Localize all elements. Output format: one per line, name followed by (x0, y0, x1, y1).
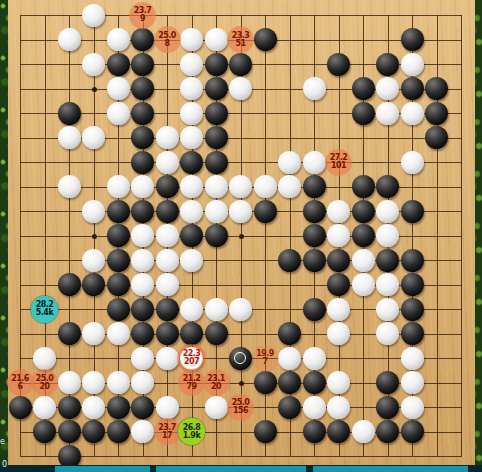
black-stone (205, 77, 228, 100)
white-stone (401, 371, 424, 394)
black-stone (205, 53, 228, 76)
grid-horizontal-line (20, 456, 462, 457)
black-stone (425, 77, 448, 100)
black-stone (303, 420, 326, 443)
white-stone (131, 224, 154, 247)
white-stone (278, 175, 301, 198)
white-stone (205, 175, 228, 198)
black-stone (278, 249, 301, 272)
candidate-move-annotation[interactable]: 21.279 (178, 369, 205, 396)
candidate-move-annotation[interactable]: 26.81.9k (178, 418, 205, 445)
black-stone (131, 151, 154, 174)
go-board[interactable]: 23.7925.0823.35127.210128.25.4k19.9721.6… (8, 0, 475, 466)
black-stone (131, 102, 154, 125)
black-stone (401, 77, 424, 100)
white-stone (180, 102, 203, 125)
white-stone (303, 396, 326, 419)
black-stone (82, 273, 105, 296)
black-stone (156, 322, 179, 345)
black-stone (303, 249, 326, 272)
white-stone (205, 28, 228, 51)
black-stone (376, 371, 399, 394)
black-stone (327, 53, 350, 76)
white-stone (180, 298, 203, 321)
white-stone (33, 347, 56, 370)
black-stone (205, 322, 228, 345)
white-stone (376, 273, 399, 296)
white-stone (278, 151, 301, 174)
star-point (92, 87, 97, 92)
black-stone (33, 420, 56, 443)
black-stone (131, 200, 154, 223)
white-stone (352, 420, 375, 443)
white-stone (352, 249, 375, 272)
white-stone (180, 126, 203, 149)
black-stone (303, 200, 326, 223)
black-stone (303, 224, 326, 247)
white-stone (82, 249, 105, 272)
black-stone (401, 298, 424, 321)
bottom-bar-segment (313, 466, 468, 472)
screenshot-stage: 23.7925.0823.35127.210128.25.4k19.9721.6… (0, 0, 482, 472)
white-stone (58, 175, 81, 198)
white-stone (156, 396, 179, 419)
black-stone (254, 200, 277, 223)
white-stone (156, 249, 179, 272)
bottom-bar-segment (55, 466, 150, 472)
white-stone (229, 298, 252, 321)
white-stone (82, 200, 105, 223)
black-stone (107, 298, 130, 321)
white-stone (376, 298, 399, 321)
black-stone (156, 200, 179, 223)
black-stone (327, 420, 350, 443)
black-stone (107, 420, 130, 443)
white-stone (303, 151, 326, 174)
black-stone (401, 28, 424, 51)
black-stone (352, 77, 375, 100)
white-stone (376, 224, 399, 247)
black-stone (254, 420, 277, 443)
white-stone (180, 28, 203, 51)
white-stone (327, 396, 350, 419)
white-stone (131, 249, 154, 272)
black-stone (303, 298, 326, 321)
black-stone (401, 200, 424, 223)
black-stone (327, 273, 350, 296)
black-stone (107, 273, 130, 296)
black-stone (131, 396, 154, 419)
white-stone (327, 200, 350, 223)
black-stone (303, 175, 326, 198)
white-stone (82, 4, 105, 27)
black-stone (205, 102, 228, 125)
white-stone (229, 200, 252, 223)
candidate-move-annotation[interactable]: 23.120 (203, 369, 230, 396)
white-stone (327, 322, 350, 345)
white-stone (205, 200, 228, 223)
white-stone (156, 273, 179, 296)
black-stone (131, 298, 154, 321)
black-stone (303, 371, 326, 394)
black-stone (107, 53, 130, 76)
white-stone (180, 53, 203, 76)
white-stone (58, 28, 81, 51)
black-stone (254, 371, 277, 394)
white-stone (82, 126, 105, 149)
black-stone (131, 77, 154, 100)
white-stone (156, 151, 179, 174)
black-stone (376, 420, 399, 443)
black-stone (205, 151, 228, 174)
white-stone (107, 371, 130, 394)
white-stone (82, 53, 105, 76)
white-stone (82, 396, 105, 419)
black-stone (180, 322, 203, 345)
white-stone (180, 200, 203, 223)
candidate-move-annotation[interactable]: 25.0156 (227, 394, 254, 421)
black-stone (229, 53, 252, 76)
black-stone (376, 53, 399, 76)
black-stone (58, 322, 81, 345)
black-stone (131, 28, 154, 51)
star-point (92, 234, 97, 239)
black-stone (352, 102, 375, 125)
candidate-move-annotation[interactable]: 25.08 (154, 26, 181, 53)
candidate-move-annotation[interactable]: 27.2101 (325, 149, 352, 176)
black-stone (278, 371, 301, 394)
white-stone (229, 77, 252, 100)
white-stone (376, 77, 399, 100)
black-stone (205, 126, 228, 149)
white-stone (401, 102, 424, 125)
white-stone (131, 347, 154, 370)
candidate-move-annotation[interactable]: 23.79 (129, 2, 156, 29)
candidate-move-annotation[interactable]: 23.717 (154, 418, 181, 445)
white-stone (303, 77, 326, 100)
black-stone (131, 126, 154, 149)
white-stone (156, 224, 179, 247)
star-point (239, 381, 244, 386)
black-stone (401, 273, 424, 296)
black-stone (107, 200, 130, 223)
candidate-move-annotation[interactable]: 25.020 (31, 369, 58, 396)
white-stone (180, 175, 203, 198)
black-stone (58, 102, 81, 125)
white-stone (107, 77, 130, 100)
black-stone (376, 396, 399, 419)
white-stone (82, 322, 105, 345)
white-stone (131, 175, 154, 198)
black-stone (352, 200, 375, 223)
text-fragment: e (0, 438, 5, 446)
black-stone (327, 249, 350, 272)
highlight-stone-value[interactable]: 22.3207 (178, 345, 205, 372)
candidate-move-annotation[interactable]: 23.351 (227, 26, 254, 53)
white-stone (278, 347, 301, 370)
white-stone (131, 420, 154, 443)
black-stone (401, 249, 424, 272)
white-stone (254, 175, 277, 198)
black-stone (156, 298, 179, 321)
white-stone (107, 175, 130, 198)
white-stone (58, 371, 81, 394)
black-stone (107, 396, 130, 419)
black-stone (180, 224, 203, 247)
black-stone (254, 28, 277, 51)
black-stone (352, 224, 375, 247)
white-stone (58, 126, 81, 149)
candidate-move-annotation[interactable]: 28.25.4k (31, 296, 58, 323)
white-stone (107, 28, 130, 51)
black-stone (401, 322, 424, 345)
text-fragment: 0 (2, 461, 7, 469)
star-point (239, 234, 244, 239)
candidate-move-annotation[interactable]: 19.97 (252, 345, 279, 372)
white-stone (327, 298, 350, 321)
bottom-bar-segment (156, 466, 306, 472)
black-stone (278, 322, 301, 345)
black-stone (180, 151, 203, 174)
white-stone (376, 102, 399, 125)
white-stone (180, 77, 203, 100)
white-stone (156, 126, 179, 149)
white-stone (131, 371, 154, 394)
black-stone (58, 273, 81, 296)
white-stone (303, 347, 326, 370)
white-stone (107, 322, 130, 345)
white-stone (180, 249, 203, 272)
white-stone (401, 396, 424, 419)
white-stone (327, 224, 350, 247)
black-stone (401, 420, 424, 443)
white-stone (82, 371, 105, 394)
candidate-move-annotation[interactable]: 21.66 (7, 369, 34, 396)
white-stone (33, 396, 56, 419)
black-stone (131, 53, 154, 76)
black-stone (107, 224, 130, 247)
white-stone (376, 200, 399, 223)
white-stone (229, 175, 252, 198)
black-stone (107, 249, 130, 272)
white-stone (131, 273, 154, 296)
white-stone (107, 102, 130, 125)
white-stone (327, 371, 350, 394)
white-stone (401, 347, 424, 370)
black-stone (425, 102, 448, 125)
black-stone (278, 396, 301, 419)
white-stone (401, 151, 424, 174)
black-stone (82, 420, 105, 443)
black-stone (352, 175, 375, 198)
black-stone (58, 396, 81, 419)
grid-horizontal-line (20, 162, 462, 163)
black-stone (156, 175, 179, 198)
black-stone (131, 322, 154, 345)
black-stone (376, 249, 399, 272)
white-stone (156, 347, 179, 370)
black-stone (425, 126, 448, 149)
last-move-marker (234, 352, 246, 364)
black-stone (205, 224, 228, 247)
bottom-bar (0, 465, 482, 472)
black-stone (58, 420, 81, 443)
white-stone (352, 273, 375, 296)
black-stone (9, 396, 32, 419)
white-stone (205, 298, 228, 321)
white-stone (401, 53, 424, 76)
black-stone (376, 175, 399, 198)
white-stone (376, 322, 399, 345)
white-stone (205, 396, 228, 419)
